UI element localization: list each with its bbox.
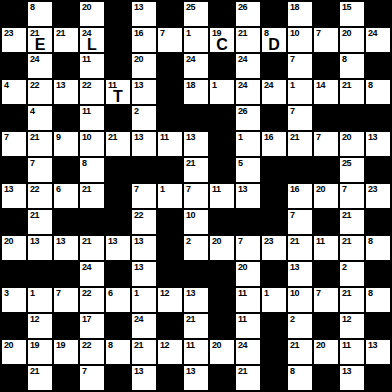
cell-r8c12 <box>313 209 339 235</box>
clue-number: 13 <box>134 80 143 90</box>
cell-r0c12 <box>313 1 339 27</box>
clue-number: 24 <box>264 80 273 90</box>
cell-r14c10 <box>261 365 287 391</box>
cell-r6c2 <box>53 157 79 183</box>
clue-number: 21 <box>342 80 351 90</box>
cell-r8c5[interactable]: 22 <box>131 209 157 235</box>
cell-r12c12 <box>313 313 339 339</box>
cell-r5c2[interactable]: 9 <box>53 131 79 157</box>
cell-r5c13[interactable]: 20 <box>339 131 365 157</box>
clue-number: 25 <box>186 2 195 12</box>
cell-r4c9[interactable]: 26 <box>235 105 261 131</box>
cell-r11c1[interactable]: 1 <box>27 287 53 313</box>
cell-r6c9[interactable]: 5 <box>235 157 261 183</box>
clue-number: 7 <box>290 54 295 64</box>
clue-number: 20 <box>316 184 325 194</box>
clue-number: 21 <box>56 28 65 38</box>
cell-r4c14 <box>365 105 391 131</box>
cell-r14c14 <box>365 365 391 391</box>
cell-r13c5[interactable]: 21 <box>131 339 157 365</box>
cell-r10c5[interactable]: 13 <box>131 261 157 287</box>
cell-r3c12[interactable]: 14 <box>313 79 339 105</box>
cell-r1c1[interactable]: 21E <box>27 27 53 53</box>
cell-r13c13[interactable]: 11 <box>339 339 365 365</box>
clue-number: 22 <box>134 210 143 220</box>
clue-number: 1 <box>134 288 139 298</box>
clue-number: 13 <box>134 236 143 246</box>
clue-number: 21 <box>290 132 299 142</box>
clue-number: 8 <box>368 288 373 298</box>
cell-r6c13[interactable]: 25 <box>339 157 365 183</box>
cell-r3c9[interactable]: 24 <box>235 79 261 105</box>
clue-number: 11 <box>238 288 247 298</box>
clue-number: 10 <box>290 28 299 38</box>
clue-number: 7 <box>30 158 35 168</box>
cell-r11c12[interactable]: 7 <box>313 287 339 313</box>
cell-r4c11[interactable]: 7 <box>287 105 313 131</box>
clue-number: 23 <box>4 28 13 38</box>
clue-number: 22 <box>30 184 39 194</box>
cell-r7c5[interactable]: 7 <box>131 183 157 209</box>
cell-r4c7 <box>183 105 209 131</box>
cell-r2c12 <box>313 53 339 79</box>
cell-r4c0 <box>1 105 27 131</box>
clue-number: 11 <box>238 314 247 324</box>
cell-r2c14 <box>365 53 391 79</box>
clue-number: 20 <box>4 340 13 350</box>
cell-r3c2[interactable]: 13 <box>53 79 79 105</box>
clue-number: 21 <box>30 366 39 376</box>
cell-r11c13[interactable]: 21 <box>339 287 365 313</box>
clue-number: 13 <box>238 184 247 194</box>
cell-r12c14 <box>365 313 391 339</box>
cell-r6c0 <box>1 157 27 183</box>
cell-r2c0 <box>1 53 27 79</box>
cell-r13c14[interactable]: 13 <box>365 339 391 365</box>
clue-number: 2 <box>342 262 347 272</box>
cell-r12c6 <box>157 313 183 339</box>
cell-r6c14 <box>365 157 391 183</box>
clue-number: 24 <box>30 54 39 64</box>
cell-r1c11[interactable]: 10 <box>287 27 313 53</box>
cell-r12c3[interactable]: 17 <box>79 313 105 339</box>
cell-r8c7[interactable]: 10 <box>183 209 209 235</box>
clue-number: 7 <box>134 184 139 194</box>
cell-r7c12[interactable]: 20 <box>313 183 339 209</box>
clue-number: 26 <box>238 106 247 116</box>
cell-r13c7[interactable]: 11 <box>183 339 209 365</box>
clue-number: 24 <box>238 340 247 350</box>
cell-r10c13[interactable]: 2 <box>339 261 365 287</box>
clue-number: 20 <box>238 262 247 272</box>
cell-r10c6 <box>157 261 183 287</box>
cell-r9c4[interactable]: 13 <box>105 235 131 261</box>
cell-r4c8 <box>209 105 235 131</box>
cell-r7c2[interactable]: 6 <box>53 183 79 209</box>
cell-r6c1[interactable]: 7 <box>27 157 53 183</box>
cell-r10c1 <box>27 261 53 287</box>
cell-r11c7[interactable]: 13 <box>183 287 209 313</box>
cell-r0c1[interactable]: 8 <box>27 1 53 27</box>
cell-r0c10 <box>261 1 287 27</box>
cell-r5c0[interactable]: 7 <box>1 131 27 157</box>
cell-r5c6[interactable]: 11 <box>157 131 183 157</box>
cell-r13c12[interactable]: 20 <box>313 339 339 365</box>
clue-number: 16 <box>134 28 143 38</box>
clue-number: 11 <box>82 106 91 116</box>
cell-r0c13[interactable]: 15 <box>339 1 365 27</box>
clue-number: 11 <box>160 132 169 142</box>
cell-r9c7[interactable]: 2 <box>183 235 209 261</box>
cell-r1c12[interactable]: 7 <box>313 27 339 53</box>
clue-number: 13 <box>368 132 377 142</box>
cell-r1c7[interactable]: 1 <box>183 27 209 53</box>
cell-r2c13[interactable]: 8 <box>339 53 365 79</box>
clue-number: 11 <box>82 54 91 64</box>
cell-r1c9[interactable]: 21 <box>235 27 261 53</box>
clue-number: 20 <box>4 236 13 246</box>
cell-r0c3[interactable]: 20 <box>79 1 105 27</box>
clue-number: 2 <box>134 106 139 116</box>
clue-number: 7 <box>160 28 165 38</box>
cell-r3c7[interactable]: 18 <box>183 79 209 105</box>
cell-r7c13[interactable]: 7 <box>339 183 365 209</box>
cell-r12c0 <box>1 313 27 339</box>
clue-number: 21 <box>290 236 299 246</box>
clue-number: 11 <box>342 340 351 350</box>
clue-number: 6 <box>56 184 61 194</box>
clue-number: 12 <box>342 314 351 324</box>
cell-r5c4[interactable]: 21 <box>105 131 131 157</box>
cell-r9c8[interactable]: 20 <box>209 235 235 261</box>
clue-number: 11 <box>212 184 221 194</box>
cell-r13c11[interactable]: 21 <box>287 339 313 365</box>
cell-r12c13[interactable]: 12 <box>339 313 365 339</box>
cell-r3c14[interactable]: 8 <box>365 79 391 105</box>
given-letter: T <box>106 88 130 105</box>
given-letter: D <box>262 36 286 53</box>
cell-r3c8[interactable]: 1 <box>209 79 235 105</box>
cell-r6c10 <box>261 157 287 183</box>
cell-r4c5[interactable]: 2 <box>131 105 157 131</box>
cell-r3c11[interactable]: 1 <box>287 79 313 105</box>
cell-r7c10 <box>261 183 287 209</box>
cell-r1c10[interactable]: 8D <box>261 27 287 53</box>
clue-number: 22 <box>82 288 91 298</box>
cell-r3c4[interactable]: 11T <box>105 79 131 105</box>
cell-r9c6 <box>157 235 183 261</box>
given-letter: L <box>80 36 104 53</box>
clue-number: 12 <box>160 340 169 350</box>
cell-r5c8 <box>209 131 235 157</box>
cell-r2c8 <box>209 53 235 79</box>
cell-r6c8 <box>209 157 235 183</box>
clue-number: 13 <box>134 2 143 12</box>
cell-r14c9[interactable]: 21 <box>235 365 261 391</box>
clue-number: 25 <box>342 158 351 168</box>
cell-r8c14 <box>365 209 391 235</box>
cell-r2c5[interactable]: 20 <box>131 53 157 79</box>
cell-r13c10 <box>261 339 287 365</box>
cell-r3c5[interactable]: 13 <box>131 79 157 105</box>
cell-r9c14[interactable]: 8 <box>365 235 391 261</box>
cell-r5c12[interactable]: 7 <box>313 131 339 157</box>
cell-r14c11[interactable]: 8 <box>287 365 313 391</box>
cell-r12c7[interactable]: 21 <box>183 313 209 339</box>
cell-r13c0[interactable]: 20 <box>1 339 27 365</box>
cell-r7c4 <box>105 183 131 209</box>
cell-r1c8[interactable]: 19C <box>209 27 235 53</box>
cell-r9c1[interactable]: 13 <box>27 235 53 261</box>
cell-r14c13[interactable]: 13 <box>339 365 365 391</box>
cell-r9c10[interactable]: 23 <box>261 235 287 261</box>
cell-r2c11[interactable]: 7 <box>287 53 313 79</box>
clue-number: 20 <box>82 2 91 12</box>
cell-r5c10[interactable]: 16 <box>261 131 287 157</box>
clue-number: 8 <box>30 2 35 12</box>
cell-r11c11[interactable]: 10 <box>287 287 313 313</box>
cell-r11c4[interactable]: 6 <box>105 287 131 313</box>
clue-number: 3 <box>4 288 9 298</box>
cell-r11c6[interactable]: 12 <box>157 287 183 313</box>
cell-r11c14[interactable]: 8 <box>365 287 391 313</box>
cell-r13c4[interactable]: 8 <box>105 339 131 365</box>
cell-r5c11[interactable]: 21 <box>287 131 313 157</box>
clue-number: 21 <box>30 132 39 142</box>
cell-r5c7[interactable]: 13 <box>183 131 209 157</box>
cell-r10c7 <box>183 261 209 287</box>
cell-r2c4 <box>105 53 131 79</box>
clue-number: 22 <box>82 80 91 90</box>
cell-r2c9[interactable]: 24 <box>235 53 261 79</box>
cell-r1c0[interactable]: 23 <box>1 27 27 53</box>
clue-number: 9 <box>56 132 61 142</box>
cell-r7c11[interactable]: 16 <box>287 183 313 209</box>
cell-r8c3 <box>79 209 105 235</box>
cell-r6c4 <box>105 157 131 183</box>
cell-r9c11[interactable]: 21 <box>287 235 313 261</box>
clue-number: 1 <box>238 132 243 142</box>
cell-r2c1[interactable]: 24 <box>27 53 53 79</box>
cell-r5c9[interactable]: 1 <box>235 131 261 157</box>
cell-r8c0 <box>1 209 27 235</box>
cell-r0c7[interactable]: 25 <box>183 1 209 27</box>
cell-r3c1[interactable]: 22 <box>27 79 53 105</box>
cell-r3c0[interactable]: 4 <box>1 79 27 105</box>
given-letter: C <box>210 36 234 53</box>
cell-r9c5[interactable]: 13 <box>131 235 157 261</box>
clue-number: 1 <box>30 288 35 298</box>
clue-number: 4 <box>4 80 9 90</box>
clue-number: 10 <box>82 132 91 142</box>
cell-r0c5[interactable]: 13 <box>131 1 157 27</box>
clue-number: 2 <box>186 236 191 246</box>
cell-r5c3[interactable]: 10 <box>79 131 105 157</box>
cell-r10c14 <box>365 261 391 287</box>
cell-r7c9[interactable]: 13 <box>235 183 261 209</box>
clue-number: 7 <box>316 132 321 142</box>
cell-r8c11[interactable]: 7 <box>287 209 313 235</box>
clue-number: 18 <box>186 80 195 90</box>
cell-r4c6 <box>157 105 183 131</box>
cell-r10c10 <box>261 261 287 287</box>
clue-number: 2 <box>290 314 295 324</box>
cell-r9c9[interactable]: 7 <box>235 235 261 261</box>
clue-number: 1 <box>160 184 165 194</box>
cell-r14c7[interactable]: 13 <box>183 365 209 391</box>
cell-r14c2 <box>53 365 79 391</box>
cell-r8c1[interactable]: 21 <box>27 209 53 235</box>
cell-r2c3[interactable]: 11 <box>79 53 105 79</box>
cell-r2c6 <box>157 53 183 79</box>
clue-number: 8 <box>368 236 373 246</box>
cell-r6c5 <box>131 157 157 183</box>
cell-r8c4 <box>105 209 131 235</box>
cell-r8c9 <box>235 209 261 235</box>
cell-r14c12 <box>313 365 339 391</box>
cell-r2c2 <box>53 53 79 79</box>
clue-number: 16 <box>264 132 273 142</box>
cell-r0c6 <box>157 1 183 27</box>
cell-r8c13[interactable]: 21 <box>339 209 365 235</box>
cell-r11c3[interactable]: 22 <box>79 287 105 313</box>
cell-r7c14[interactable]: 23 <box>365 183 391 209</box>
cell-r1c6[interactable]: 7 <box>157 27 183 53</box>
cell-r9c12[interactable]: 11 <box>313 235 339 261</box>
cell-r14c6 <box>157 365 183 391</box>
cell-r6c11 <box>287 157 313 183</box>
cell-r3c13[interactable]: 21 <box>339 79 365 105</box>
clue-number: 19 <box>30 340 39 350</box>
cell-r14c8 <box>209 365 235 391</box>
cell-r9c13[interactable]: 21 <box>339 235 365 261</box>
cell-r14c0 <box>1 365 27 391</box>
cell-r1c14[interactable]: 24 <box>365 27 391 53</box>
cell-r7c7[interactable]: 7 <box>183 183 209 209</box>
clue-number: 1 <box>186 28 191 38</box>
cell-r12c5[interactable]: 24 <box>131 313 157 339</box>
cell-r2c7[interactable]: 24 <box>183 53 209 79</box>
cell-r6c7[interactable]: 21 <box>183 157 209 183</box>
cell-r4c3[interactable]: 11 <box>79 105 105 131</box>
cell-r11c5[interactable]: 1 <box>131 287 157 313</box>
cell-r9c0[interactable]: 20 <box>1 235 27 261</box>
cell-r11c9[interactable]: 11 <box>235 287 261 313</box>
cell-r12c1[interactable]: 12 <box>27 313 53 339</box>
clue-number: 14 <box>316 80 325 90</box>
cell-r2c10 <box>261 53 287 79</box>
cell-r0c2 <box>53 1 79 27</box>
cell-r1c3[interactable]: 24L <box>79 27 105 53</box>
clue-number: 7 <box>290 106 295 116</box>
cell-r12c9[interactable]: 11 <box>235 313 261 339</box>
cell-r8c6 <box>157 209 183 235</box>
cell-r12c10 <box>261 313 287 339</box>
cell-r4c13 <box>339 105 365 131</box>
cell-r13c8[interactable]: 20 <box>209 339 235 365</box>
cell-r8c2 <box>53 209 79 235</box>
clue-number: 13 <box>108 236 117 246</box>
cell-r5c1[interactable]: 21 <box>27 131 53 157</box>
clue-number: 13 <box>56 80 65 90</box>
clue-number: 21 <box>134 340 143 350</box>
cell-r13c2[interactable]: 19 <box>53 339 79 365</box>
clue-number: 10 <box>186 210 195 220</box>
cell-r1c2[interactable]: 21 <box>53 27 79 53</box>
cell-r1c13[interactable]: 20 <box>339 27 365 53</box>
cell-r14c3[interactable]: 7 <box>79 365 105 391</box>
cell-r5c14[interactable]: 13 <box>365 131 391 157</box>
cell-r0c9[interactable]: 26 <box>235 1 261 27</box>
cell-r7c3[interactable]: 21 <box>79 183 105 209</box>
cell-r10c9[interactable]: 20 <box>235 261 261 287</box>
clue-number: 7 <box>82 366 87 376</box>
cell-r7c8[interactable]: 11 <box>209 183 235 209</box>
cell-r12c11[interactable]: 2 <box>287 313 313 339</box>
clue-number: 19 <box>56 340 65 350</box>
cell-r11c0[interactable]: 3 <box>1 287 27 313</box>
clue-number: 7 <box>238 236 243 246</box>
cell-r7c0[interactable]: 13 <box>1 183 27 209</box>
cell-r10c4 <box>105 261 131 287</box>
cell-r10c3[interactable]: 24 <box>79 261 105 287</box>
clue-number: 24 <box>368 28 377 38</box>
cell-r6c3[interactable]: 8 <box>79 157 105 183</box>
cell-r13c9[interactable]: 24 <box>235 339 261 365</box>
cell-r3c3[interactable]: 22 <box>79 79 105 105</box>
cell-r1c4 <box>105 27 131 53</box>
cell-r4c1[interactable]: 4 <box>27 105 53 131</box>
cell-r9c3[interactable]: 21 <box>79 235 105 261</box>
clue-number: 8 <box>82 158 87 168</box>
clue-number: 24 <box>238 54 247 64</box>
cell-r9c2[interactable]: 13 <box>53 235 79 261</box>
cell-r13c3[interactable]: 22 <box>79 339 105 365</box>
clue-number: 13 <box>186 288 195 298</box>
clue-number: 21 <box>238 28 247 38</box>
cell-r14c5[interactable]: 13 <box>131 365 157 391</box>
clue-number: 12 <box>30 314 39 324</box>
cell-r6c6 <box>157 157 183 183</box>
cell-r3c10[interactable]: 24 <box>261 79 287 105</box>
clue-number: 1 <box>290 80 295 90</box>
cell-r0c0 <box>1 1 27 27</box>
cell-r4c10 <box>261 105 287 131</box>
clue-number: 21 <box>342 288 351 298</box>
cell-r1c5[interactable]: 16 <box>131 27 157 53</box>
cell-r10c11[interactable]: 13 <box>287 261 313 287</box>
clue-number: 23 <box>264 236 273 246</box>
cell-r7c6[interactable]: 1 <box>157 183 183 209</box>
clue-number: 20 <box>212 340 221 350</box>
clue-number: 1 <box>212 80 217 90</box>
cell-r13c6[interactable]: 12 <box>157 339 183 365</box>
clue-number: 18 <box>290 2 299 12</box>
cell-r0c11[interactable]: 18 <box>287 1 313 27</box>
cell-r11c2[interactable]: 7 <box>53 287 79 313</box>
clue-number: 24 <box>134 314 143 324</box>
cell-r3c6 <box>157 79 183 105</box>
clue-number: 21 <box>290 340 299 350</box>
clue-number: 7 <box>290 210 295 220</box>
cell-r12c8 <box>209 313 235 339</box>
cell-r13c1[interactable]: 19 <box>27 339 53 365</box>
cell-r5c5[interactable]: 13 <box>131 131 157 157</box>
cell-r11c10[interactable]: 1 <box>261 287 287 313</box>
cell-r7c1[interactable]: 22 <box>27 183 53 209</box>
cell-r14c4 <box>105 365 131 391</box>
cell-r14c1[interactable]: 21 <box>27 365 53 391</box>
